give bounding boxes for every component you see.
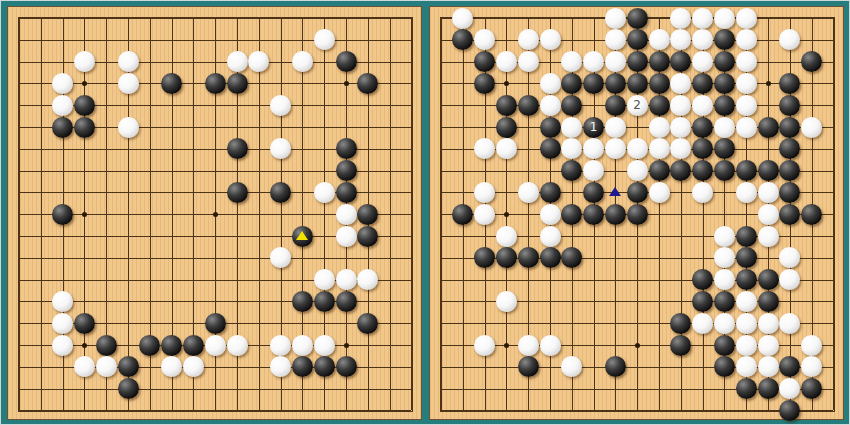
- black-stone: [714, 73, 735, 94]
- black-stone: [714, 160, 735, 181]
- white-stone: [270, 95, 291, 116]
- white-stone: [518, 29, 539, 50]
- black-stone: [205, 73, 226, 94]
- black-stone: [74, 313, 95, 334]
- white-stone: [314, 335, 335, 356]
- black-stone: [649, 73, 670, 94]
- white-stone: [336, 269, 357, 290]
- white-stone: [474, 335, 495, 356]
- black-stone: [336, 51, 357, 72]
- black-stone: [336, 160, 357, 181]
- white-stone: [627, 138, 648, 159]
- black-stone: [736, 378, 757, 399]
- black-stone: [518, 247, 539, 268]
- black-stone: [692, 73, 713, 94]
- black-stone: [336, 182, 357, 203]
- white-stone: [649, 138, 670, 159]
- black-stone: [227, 138, 248, 159]
- white-stone: [605, 117, 626, 138]
- white-stone: [649, 182, 670, 203]
- white-stone: [52, 73, 73, 94]
- black-stone: [518, 356, 539, 377]
- black-stone: [452, 204, 473, 225]
- black-stone: [496, 117, 517, 138]
- white-stone: [270, 335, 291, 356]
- black-stone: [357, 226, 378, 247]
- black-stone: [336, 356, 357, 377]
- white-stone: [292, 51, 313, 72]
- black-stone: [605, 204, 626, 225]
- black-stone: [758, 291, 779, 312]
- white-stone: [758, 313, 779, 334]
- black-stone: [518, 95, 539, 116]
- black-stone: [779, 204, 800, 225]
- black-stone: [670, 335, 691, 356]
- white-stone: [52, 95, 73, 116]
- white-stone: [692, 95, 713, 116]
- white-stone: [714, 117, 735, 138]
- black-stone: [692, 117, 713, 138]
- white-stone: [801, 117, 822, 138]
- black-stone: [605, 95, 626, 116]
- black-stone: [314, 356, 335, 377]
- black-stone: [292, 226, 313, 247]
- white-stone: [736, 356, 757, 377]
- black-stone: [74, 117, 95, 138]
- white-stone: [540, 29, 561, 50]
- white-stone: [118, 73, 139, 94]
- black-stone: [227, 73, 248, 94]
- white-stone: [52, 313, 73, 334]
- white-stone: [540, 73, 561, 94]
- black-stone: [474, 73, 495, 94]
- black-stone: [649, 160, 670, 181]
- black-stone: [540, 117, 561, 138]
- black-stone: [627, 8, 648, 29]
- black-stone: [779, 95, 800, 116]
- white-stone: [118, 117, 139, 138]
- black-stone: [736, 226, 757, 247]
- white-stone: [540, 335, 561, 356]
- white-stone: [736, 29, 757, 50]
- black-stone: [52, 204, 73, 225]
- black-stone: [540, 138, 561, 159]
- white-stone: [496, 51, 517, 72]
- white-stone: [496, 226, 517, 247]
- white-stone: [736, 182, 757, 203]
- white-stone: [474, 182, 495, 203]
- black-stone: [496, 95, 517, 116]
- black-stone: [736, 269, 757, 290]
- black-stone: [627, 73, 648, 94]
- right-go-board[interactable]: 12: [429, 6, 844, 420]
- white-stone: [52, 335, 73, 356]
- white-stone: [692, 8, 713, 29]
- black-stone: [801, 204, 822, 225]
- black-stone: [561, 95, 582, 116]
- star-point: [344, 343, 349, 348]
- white-stone: [736, 95, 757, 116]
- white-stone: [670, 117, 691, 138]
- white-stone: [758, 226, 779, 247]
- white-stone: [540, 95, 561, 116]
- black-stone: [74, 95, 95, 116]
- black-stone: [314, 291, 335, 312]
- white-stone: [452, 8, 473, 29]
- white-stone: [758, 356, 779, 377]
- black-stone: [118, 378, 139, 399]
- black-stone: [540, 182, 561, 203]
- white-stone: [74, 51, 95, 72]
- black-stone: [161, 335, 182, 356]
- white-stone: [736, 313, 757, 334]
- go-diagram-screen: 12: [0, 0, 850, 425]
- black-stone: [649, 95, 670, 116]
- white-stone: [649, 117, 670, 138]
- white-stone: [627, 95, 648, 116]
- white-stone: [205, 335, 226, 356]
- white-stone: [758, 335, 779, 356]
- black-stone: [336, 138, 357, 159]
- white-stone: [736, 8, 757, 29]
- white-stone: [227, 335, 248, 356]
- white-stone: [736, 73, 757, 94]
- white-stone: [758, 204, 779, 225]
- black-stone: [227, 182, 248, 203]
- black-stone: [758, 378, 779, 399]
- white-stone: [801, 335, 822, 356]
- black-stone: [714, 335, 735, 356]
- black-stone: [714, 291, 735, 312]
- white-stone: [714, 269, 735, 290]
- white-stone: [336, 204, 357, 225]
- black-stone: [627, 204, 648, 225]
- black-stone: [779, 117, 800, 138]
- white-stone: [714, 313, 735, 334]
- black-stone: [605, 73, 626, 94]
- black-stone: [627, 182, 648, 203]
- black-stone: [270, 182, 291, 203]
- black-stone: [649, 51, 670, 72]
- white-stone: [540, 204, 561, 225]
- white-stone: [670, 95, 691, 116]
- left-go-board[interactable]: [7, 6, 422, 420]
- black-stone: [779, 400, 800, 421]
- black-stone: [758, 269, 779, 290]
- black-stone: [736, 160, 757, 181]
- black-stone: [540, 247, 561, 268]
- black-stone: [357, 204, 378, 225]
- white-stone: [540, 226, 561, 247]
- white-stone: [518, 335, 539, 356]
- black-stone: [183, 335, 204, 356]
- black-stone: [736, 247, 757, 268]
- white-stone: [314, 269, 335, 290]
- black-stone: [139, 335, 160, 356]
- white-stone: [605, 8, 626, 29]
- black-stone: [161, 73, 182, 94]
- white-stone: [336, 226, 357, 247]
- white-stone: [736, 335, 757, 356]
- black-stone: [627, 29, 648, 50]
- white-stone: [496, 291, 517, 312]
- white-stone: [779, 313, 800, 334]
- white-stone: [736, 117, 757, 138]
- white-stone: [736, 291, 757, 312]
- black-stone: [583, 73, 604, 94]
- black-stone: [292, 291, 313, 312]
- white-stone: [561, 117, 582, 138]
- white-stone: [714, 226, 735, 247]
- black-stone: [583, 182, 604, 203]
- white-stone: [692, 182, 713, 203]
- white-stone: [227, 51, 248, 72]
- white-stone: [605, 51, 626, 72]
- black-stone: [670, 313, 691, 334]
- black-stone: [692, 291, 713, 312]
- white-stone: [314, 29, 335, 50]
- black-stone: [52, 117, 73, 138]
- black-stone: [561, 204, 582, 225]
- white-stone: [692, 313, 713, 334]
- black-stone: [583, 117, 604, 138]
- black-stone: [96, 335, 117, 356]
- black-stone: [714, 51, 735, 72]
- white-stone: [758, 182, 779, 203]
- white-stone: [292, 335, 313, 356]
- white-stone: [314, 182, 335, 203]
- white-stone: [518, 51, 539, 72]
- white-stone: [96, 356, 117, 377]
- white-stone: [474, 204, 495, 225]
- black-stone: [205, 313, 226, 334]
- black-stone: [336, 291, 357, 312]
- white-stone: [714, 8, 735, 29]
- black-stone: [714, 95, 735, 116]
- white-stone: [670, 8, 691, 29]
- white-stone: [52, 291, 73, 312]
- white-stone: [649, 29, 670, 50]
- white-stone: [118, 51, 139, 72]
- black-stone: [758, 160, 779, 181]
- black-stone: [583, 204, 604, 225]
- black-stone: [357, 313, 378, 334]
- black-stone: [758, 117, 779, 138]
- black-stone: [627, 51, 648, 72]
- white-stone: [627, 160, 648, 181]
- white-stone: [736, 51, 757, 72]
- black-stone: [118, 356, 139, 377]
- white-stone: [518, 182, 539, 203]
